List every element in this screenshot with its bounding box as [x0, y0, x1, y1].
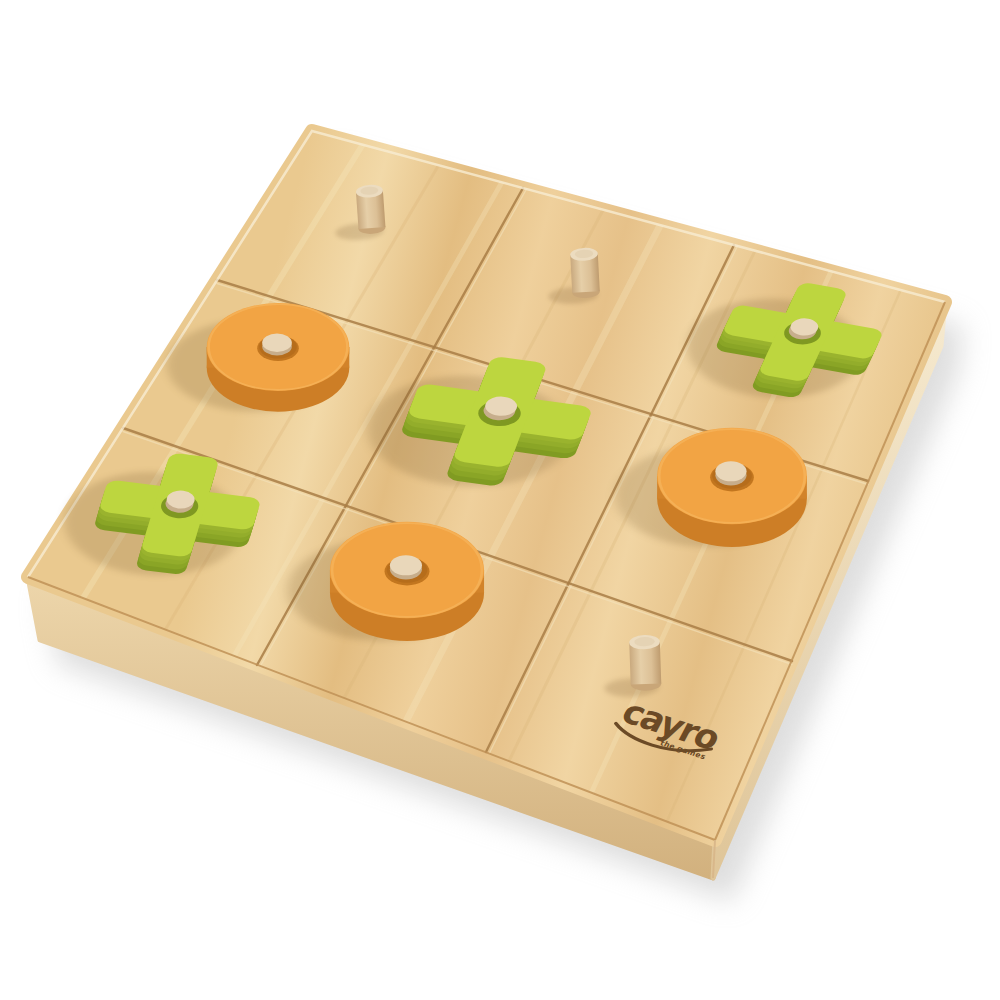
product-photo-tictactoe: cayro the games [0, 0, 1000, 1000]
board: cayro the games [28, 131, 945, 878]
